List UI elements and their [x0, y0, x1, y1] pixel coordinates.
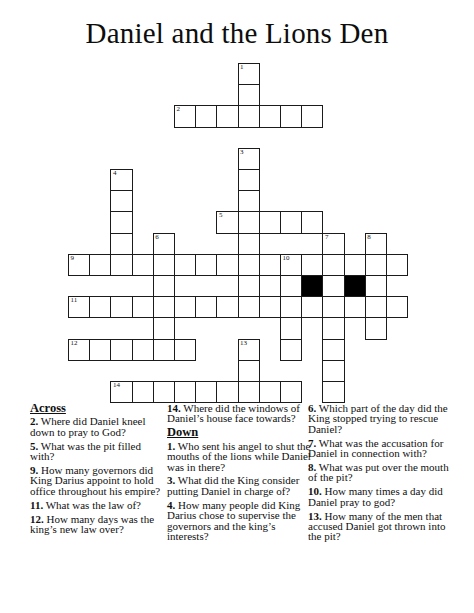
grid-cell[interactable]: [259, 105, 281, 127]
clue-text: Who sent his angel to shut the mouths of…: [167, 440, 311, 473]
grid-cell[interactable]: 1: [238, 63, 260, 85]
grid-cell[interactable]: 8: [365, 233, 387, 255]
grid-cell[interactable]: [280, 105, 302, 127]
grid-cell[interactable]: [174, 381, 196, 403]
cell-number: 3: [240, 149, 244, 156]
grid-cell[interactable]: 10: [280, 254, 302, 276]
grid-cell[interactable]: [153, 296, 175, 318]
grid-cell[interactable]: 2: [174, 105, 196, 127]
clue-1: 1. Who sent his angel to shut the mouths…: [167, 441, 314, 472]
clue-text: How many people did King Darius chose to…: [167, 499, 300, 542]
cell-number: 1: [240, 64, 244, 71]
grid-cell[interactable]: 14: [110, 381, 132, 403]
clue-14: 14. Where did the windows of Daniel’s ho…: [167, 403, 314, 424]
grid-cell[interactable]: 4: [110, 169, 132, 191]
grid-cell[interactable]: [238, 169, 260, 191]
grid-cell[interactable]: [174, 254, 196, 276]
clue-5: 5. What was the pit filled with?: [30, 441, 166, 462]
clue-8: 8. What was put over the mouth of the pi…: [308, 462, 454, 483]
cell-number: 12: [71, 340, 78, 347]
grid-cell[interactable]: [280, 275, 302, 297]
cell-number: 11: [71, 297, 78, 304]
grid-cell[interactable]: [322, 381, 344, 403]
across-heading: Across: [30, 403, 166, 413]
grid-cell[interactable]: [195, 296, 217, 318]
grid-cell[interactable]: [259, 296, 281, 318]
grid-cell[interactable]: [259, 211, 281, 233]
cell-number: 5: [219, 212, 223, 219]
down-heading: Down: [167, 427, 314, 437]
grid-cell[interactable]: [386, 296, 408, 318]
crossword-grid: 1234567891011121314: [68, 63, 409, 404]
grid-cell[interactable]: [280, 317, 302, 339]
grid-cell[interactable]: [110, 190, 132, 212]
grid-cell[interactable]: [301, 211, 323, 233]
clue-text: What was the pit filled with?: [30, 440, 141, 462]
grid-cell[interactable]: [110, 296, 132, 318]
grid-cell[interactable]: [174, 296, 196, 318]
cell-number: 13: [240, 340, 247, 347]
grid-cell[interactable]: [153, 275, 175, 297]
clue-7: 7. What was the accusation for Daniel in…: [308, 438, 454, 459]
grid-cell[interactable]: [322, 254, 344, 276]
grid-cell[interactable]: [153, 317, 175, 339]
grid-cell[interactable]: 3: [238, 148, 260, 170]
black-cell: [344, 275, 366, 297]
grid-cell[interactable]: [132, 254, 154, 276]
grid-cell[interactable]: [110, 233, 132, 255]
grid-cell[interactable]: [259, 381, 281, 403]
clue-12: 12. How many days was the king’s new law…: [30, 514, 166, 535]
cell-number: 14: [113, 382, 120, 389]
clue-text: How many governors did King Darius appoi…: [30, 464, 160, 497]
clue-text: Which part of the day did the King stopp…: [308, 402, 448, 435]
grid-cell[interactable]: [238, 211, 260, 233]
grid-cell[interactable]: [365, 275, 387, 297]
grid-cell[interactable]: [216, 296, 238, 318]
grid-cell[interactable]: [132, 296, 154, 318]
black-cell: [301, 275, 323, 297]
grid-cell[interactable]: [238, 296, 260, 318]
clue-4: 4. How many people did King Darius chose…: [167, 500, 314, 542]
grid-cell[interactable]: [238, 190, 260, 212]
grid-cell[interactable]: [238, 84, 260, 106]
cell-number: 2: [177, 106, 181, 113]
grid-cell[interactable]: [322, 296, 344, 318]
grid-cell[interactable]: [238, 381, 260, 403]
grid-cell[interactable]: [238, 275, 260, 297]
grid-cell[interactable]: [386, 254, 408, 276]
clue-text: Where did Daniel kneel down to pray to G…: [30, 415, 146, 437]
clue-text: What did the King consider putting Danie…: [167, 474, 299, 496]
grid-cell[interactable]: [110, 211, 132, 233]
grid-cell[interactable]: [322, 339, 344, 361]
cell-number: 10: [283, 255, 290, 262]
grid-cell[interactable]: [344, 254, 366, 276]
clue-number: 11.: [30, 499, 43, 511]
clues-column-down: 6. Which part of the day did the King st…: [308, 403, 454, 545]
grid-cell[interactable]: [132, 381, 154, 403]
grid-cell[interactable]: [110, 339, 132, 361]
clue-13: 13. How many of the men that accused Dan…: [308, 511, 454, 542]
grid-cell[interactable]: [216, 105, 238, 127]
clue-2: 2. Where did Daniel kneel down to pray t…: [30, 416, 166, 437]
grid-cell[interactable]: [280, 339, 302, 361]
grid-cell[interactable]: 12: [68, 339, 90, 361]
grid-cell[interactable]: [344, 296, 366, 318]
grid-cell[interactable]: [89, 254, 111, 276]
grid-cell[interactable]: [280, 211, 302, 233]
grid-cell[interactable]: [238, 360, 260, 382]
grid-cell[interactable]: [174, 339, 196, 361]
cell-number: 9: [71, 255, 75, 262]
grid-cell[interactable]: 11: [68, 296, 90, 318]
clues-column-across: Across2. Where did Daniel kneel down to …: [30, 403, 166, 538]
grid-cell[interactable]: [259, 254, 281, 276]
grid-cell[interactable]: [301, 105, 323, 127]
grid-cell[interactable]: [195, 254, 217, 276]
grid-cell[interactable]: [365, 317, 387, 339]
cell-number: 8: [367, 234, 371, 241]
grid-cell[interactable]: [89, 296, 111, 318]
grid-cell[interactable]: [238, 254, 260, 276]
clue-9: 9. How many governors did King Darius ap…: [30, 465, 166, 496]
grid-cell[interactable]: [153, 254, 175, 276]
grid-cell[interactable]: [322, 317, 344, 339]
grid-cell[interactable]: [153, 339, 175, 361]
grid-cell[interactable]: [132, 339, 154, 361]
grid-cell[interactable]: [238, 233, 260, 255]
grid-cell[interactable]: 7: [322, 233, 344, 255]
grid-cell[interactable]: [195, 105, 217, 127]
clue-6: 6. Which part of the day did the King st…: [308, 403, 454, 434]
clue-11: 11. What was the law of?: [30, 500, 166, 510]
grid-cell[interactable]: [301, 254, 323, 276]
clue-text: How many of the men that accused Daniel …: [308, 510, 445, 543]
clue-text: What was the law of?: [43, 499, 141, 511]
clues-column-middle: 14. Where did the windows of Daniel’s ho…: [167, 403, 314, 545]
grid-cell[interactable]: [238, 105, 260, 127]
grid-cell[interactable]: [195, 381, 217, 403]
grid-cell[interactable]: [216, 381, 238, 403]
grid-cell[interactable]: [89, 339, 111, 361]
grid-cell[interactable]: [153, 381, 175, 403]
clue-text: What was put over the mouth of the pit?: [308, 461, 449, 483]
grid-cell[interactable]: [216, 254, 238, 276]
grid-cell[interactable]: [322, 360, 344, 382]
grid-cell[interactable]: [365, 296, 387, 318]
grid-cell[interactable]: 13: [238, 339, 260, 361]
grid-cell[interactable]: 5: [216, 211, 238, 233]
cell-number: 7: [325, 234, 329, 241]
grid-cell[interactable]: [322, 275, 344, 297]
clue-text: How many times a day did Daniel pray to …: [308, 485, 443, 507]
grid-cell[interactable]: [301, 296, 323, 318]
grid-cell[interactable]: [365, 254, 387, 276]
grid-cell[interactable]: [280, 381, 302, 403]
clue-text: Where did the windows of Daniel’s house …: [167, 402, 300, 424]
clue-text: What was the accusation for Daniel in co…: [308, 437, 443, 459]
grid-cell[interactable]: 9: [68, 254, 90, 276]
grid-cell[interactable]: [110, 254, 132, 276]
grid-cell[interactable]: 6: [153, 233, 175, 255]
clue-text: How many days was the king’s new law ove…: [30, 513, 154, 535]
clue-3: 3. What did the King consider putting Da…: [167, 475, 314, 496]
cell-number: 4: [113, 170, 117, 177]
clue-10: 10. How many times a day did Daniel pray…: [308, 486, 454, 507]
cell-number: 6: [155, 234, 159, 241]
grid-cell[interactable]: [280, 296, 302, 318]
puzzle-title: Daniel and the Lions Den: [0, 17, 474, 50]
